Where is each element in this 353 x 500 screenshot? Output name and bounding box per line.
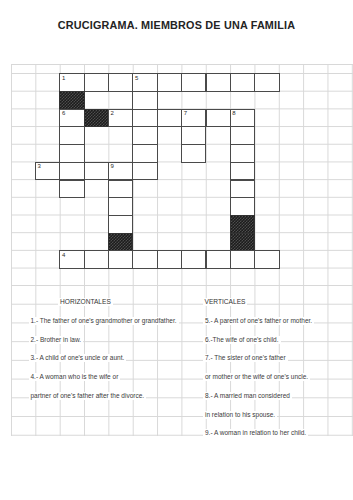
crossword-cell[interactable]: 2 xyxy=(108,109,133,128)
horizontal-clue-line: 4.- A woman who is the wife or xyxy=(29,373,121,381)
crossword-blocked-cell xyxy=(84,109,109,128)
crossword-cell[interactable] xyxy=(108,215,133,234)
horizontales-header: HORIZONTALES xyxy=(58,298,113,306)
crossword-cell[interactable] xyxy=(59,126,84,145)
clue-number: 7 xyxy=(184,110,187,116)
crossword-blocked-cell xyxy=(230,215,255,234)
crossword-blocked-cell xyxy=(230,233,255,252)
crossword-cell[interactable] xyxy=(157,250,182,269)
crossword-cell[interactable]: 1 xyxy=(59,73,84,92)
crossword-cell[interactable]: 4 xyxy=(59,250,84,269)
crossword-cell[interactable] xyxy=(206,250,231,269)
clue-number: 5 xyxy=(135,75,138,81)
vertical-clue-line: 5.- A parent of one's father or mother. xyxy=(203,317,314,325)
crossword-cell[interactable] xyxy=(157,109,182,128)
spreadsheet-gridlines-top xyxy=(11,64,353,73)
crossword-cell[interactable] xyxy=(206,73,231,92)
verticales-header: VERTICALES xyxy=(203,298,248,306)
crossword-cell[interactable] xyxy=(230,250,255,269)
crossword-cell[interactable] xyxy=(132,126,157,145)
clue-number: 8 xyxy=(232,110,235,116)
crossword-cell[interactable] xyxy=(230,144,255,163)
crossword-cell[interactable]: 9 xyxy=(108,162,133,181)
clue-number: 3 xyxy=(38,163,41,169)
crossword-cell[interactable] xyxy=(108,73,133,92)
crossword-cell[interactable] xyxy=(181,250,206,269)
vertical-clue-line: 9.- A woman in relation to her child. xyxy=(203,429,308,437)
crossword-cell[interactable] xyxy=(59,144,84,163)
clue-number: 2 xyxy=(111,110,114,116)
horizontal-clue-line: 3.- A child of one's uncle or aunt. xyxy=(29,354,127,362)
crossword-cell[interactable] xyxy=(230,180,255,199)
crossword-cell[interactable] xyxy=(181,73,206,92)
crossword-cell[interactable] xyxy=(84,73,109,92)
crossword-cell[interactable]: 8 xyxy=(230,109,255,128)
page-title: CRUCIGRAMA. MIEMBROS DE UNA FAMILIA xyxy=(0,19,353,31)
crossword-cell[interactable] xyxy=(59,180,84,199)
crossword-cell[interactable] xyxy=(132,250,157,269)
crossword-cell[interactable] xyxy=(206,109,231,128)
crossword-cell[interactable] xyxy=(108,197,133,216)
crossword-cell[interactable] xyxy=(132,162,157,181)
vertical-clue-line: 7.- The sister of one's father xyxy=(203,354,288,362)
crossword-cell[interactable] xyxy=(254,73,279,92)
clue-number: 6 xyxy=(62,110,65,116)
crossword-cell[interactable] xyxy=(254,250,279,269)
crossword-worksheet-page: CRUCIGRAMA. MIEMBROS DE UNA FAMILIA 1562… xyxy=(0,0,353,500)
crossword-cell[interactable] xyxy=(84,162,109,181)
crossword-cell[interactable]: 7 xyxy=(181,109,206,128)
crossword-cell[interactable] xyxy=(108,250,133,269)
crossword-cell[interactable] xyxy=(59,162,84,181)
crossword-blocked-cell xyxy=(59,91,84,110)
crossword-cell[interactable] xyxy=(132,91,157,110)
crossword-cell[interactable]: 3 xyxy=(35,162,60,181)
crossword-cell[interactable] xyxy=(84,250,109,269)
crossword-cell[interactable] xyxy=(132,144,157,163)
horizontal-clue-line: 2.- Brother in law. xyxy=(29,336,84,344)
crossword-cell[interactable] xyxy=(230,73,255,92)
crossword-cell[interactable] xyxy=(181,126,206,145)
clue-number: 4 xyxy=(62,252,65,258)
vertical-clue-line: in relation to his spouse. xyxy=(203,411,277,419)
crossword-cell[interactable] xyxy=(108,180,133,199)
crossword-cell[interactable]: 6 xyxy=(59,109,84,128)
vertical-clue-line: 6.-The wife of one's child. xyxy=(203,336,281,344)
horizontal-clue-line: 1.- The father of one's grandmother or g… xyxy=(29,317,179,325)
vertical-clue-line: 8.- A married man considered xyxy=(203,392,292,400)
crossword-cell[interactable]: 5 xyxy=(132,73,157,92)
clue-number: 9 xyxy=(111,163,114,169)
crossword-cell[interactable] xyxy=(230,126,255,145)
crossword-blocked-cell xyxy=(108,233,133,252)
crossword-cell[interactable] xyxy=(181,144,206,163)
crossword-cell[interactable] xyxy=(230,162,255,181)
vertical-clue-line: or mother or the wife of one's uncle. xyxy=(203,373,310,381)
crossword-cell[interactable] xyxy=(230,197,255,216)
crossword-cell[interactable] xyxy=(157,73,182,92)
crossword-cell[interactable] xyxy=(132,109,157,128)
horizontal-clue-line: partner of one's father after the divorc… xyxy=(29,392,147,400)
clue-number: 1 xyxy=(62,75,65,81)
